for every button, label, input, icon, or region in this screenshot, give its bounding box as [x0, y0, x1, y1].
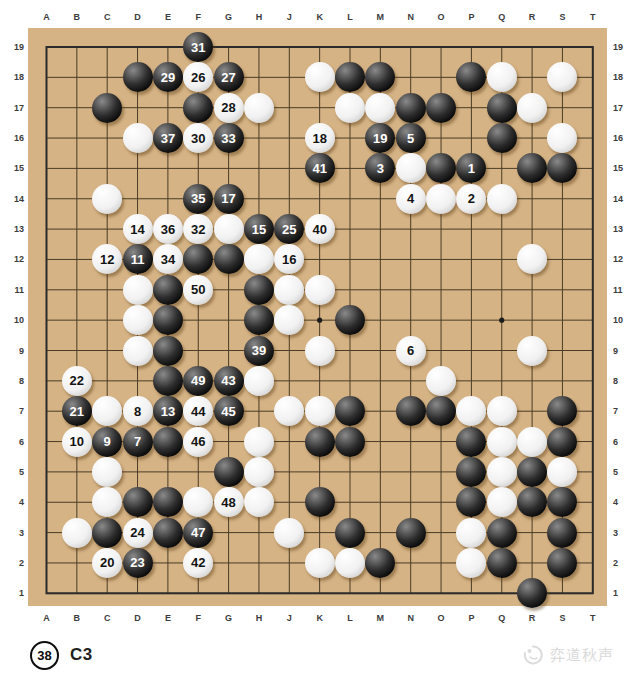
coord-right-9: 9 — [613, 345, 629, 357]
black-stone-Q2 — [487, 548, 517, 578]
coord-left-17: 17 — [4, 102, 24, 114]
black-stone-O17 — [426, 93, 456, 123]
black-stone-C3 — [92, 518, 122, 548]
white-stone-F2: 42 — [183, 548, 213, 578]
coord-right-14: 14 — [613, 193, 629, 205]
coord-bottom-G: G — [219, 612, 239, 624]
coord-right-8: 8 — [613, 375, 629, 387]
coord-top-F: F — [188, 11, 208, 23]
black-stone-G18: 27 — [214, 62, 244, 92]
coord-top-R: R — [522, 11, 542, 23]
white-stone-P3 — [456, 518, 486, 548]
black-stone-H9: 39 — [244, 336, 274, 366]
coord-left-15: 15 — [4, 162, 24, 174]
black-stone-F14: 35 — [183, 184, 213, 214]
black-stone-D4 — [123, 487, 153, 517]
coord-bottom-M: M — [370, 612, 390, 624]
move-point-label: C3 — [70, 645, 93, 665]
white-stone-Q14 — [487, 184, 517, 214]
white-stone-E13: 36 — [153, 214, 183, 244]
star-point — [499, 318, 504, 323]
black-stone-G7: 45 — [214, 396, 244, 426]
coord-bottom-J: J — [279, 612, 299, 624]
white-stone-H5 — [244, 457, 274, 487]
white-stone-H17 — [244, 93, 274, 123]
coord-left-6: 6 — [4, 436, 24, 448]
white-stone-D16 — [123, 123, 153, 153]
coord-top-G: G — [219, 11, 239, 23]
coord-top-M: M — [370, 11, 390, 23]
white-stone-C2: 20 — [92, 548, 122, 578]
coord-top-H: H — [249, 11, 269, 23]
coord-right-18: 18 — [613, 71, 629, 83]
coord-right-19: 19 — [613, 41, 629, 53]
black-stone-N7 — [396, 396, 426, 426]
black-stone-E4 — [153, 487, 183, 517]
white-stone-C5 — [92, 457, 122, 487]
coord-top-P: P — [461, 11, 481, 23]
black-stone-L7 — [335, 396, 365, 426]
watermark: 弈道秋声 — [521, 643, 614, 667]
black-stone-G5 — [214, 457, 244, 487]
white-stone-N9: 6 — [396, 336, 426, 366]
white-stone-N14: 4 — [396, 184, 426, 214]
white-stone-Q4 — [487, 487, 517, 517]
white-stone-N15 — [396, 153, 426, 183]
coord-right-13: 13 — [613, 223, 629, 235]
black-stone-G8: 43 — [214, 366, 244, 396]
coord-right-12: 12 — [613, 253, 629, 265]
coord-left-16: 16 — [4, 132, 24, 144]
coord-top-Q: Q — [492, 11, 512, 23]
black-stone-S6 — [547, 427, 577, 457]
black-stone-D2: 23 — [123, 548, 153, 578]
white-stone-R6 — [517, 427, 547, 457]
coord-top-L: L — [340, 11, 360, 23]
coord-left-19: 19 — [4, 41, 24, 53]
coord-bottom-T: T — [583, 612, 603, 624]
white-stone-B6: 10 — [62, 427, 92, 457]
white-stone-H8 — [244, 366, 274, 396]
coord-right-15: 15 — [613, 162, 629, 174]
white-stone-H4 — [244, 487, 274, 517]
coord-bottom-K: K — [310, 612, 330, 624]
coord-left-13: 13 — [4, 223, 24, 235]
black-stone-E11 — [153, 275, 183, 305]
black-stone-Q16 — [487, 123, 517, 153]
coord-bottom-E: E — [158, 612, 178, 624]
coord-right-4: 4 — [613, 496, 629, 508]
coord-right-6: 6 — [613, 436, 629, 448]
white-stone-Q18 — [487, 62, 517, 92]
white-stone-B8: 22 — [62, 366, 92, 396]
white-stone-Q5 — [487, 457, 517, 487]
move-annotation: 38 C3 — [30, 640, 93, 670]
coord-left-2: 2 — [4, 557, 24, 569]
coord-left-12: 12 — [4, 253, 24, 265]
white-stone-J11 — [274, 275, 304, 305]
black-stone-E8 — [153, 366, 183, 396]
coord-top-E: E — [158, 11, 178, 23]
coord-bottom-Q: Q — [492, 612, 512, 624]
black-stone-N17 — [396, 93, 426, 123]
black-stone-D6: 7 — [123, 427, 153, 457]
coord-bottom-F: F — [188, 612, 208, 624]
black-stone-R5 — [517, 457, 547, 487]
black-stone-D18 — [123, 62, 153, 92]
black-stone-E9 — [153, 336, 183, 366]
black-stone-N3 — [396, 518, 426, 548]
white-stone-Q7 — [487, 396, 517, 426]
white-stone-H6 — [244, 427, 274, 457]
white-stone-J3 — [274, 518, 304, 548]
white-stone-R17 — [517, 93, 547, 123]
black-stone-Q3 — [487, 518, 517, 548]
black-stone-Q17 — [487, 93, 517, 123]
black-stone-H10 — [244, 305, 274, 335]
watermark-text: 弈道秋声 — [550, 646, 614, 665]
coord-bottom-D: D — [128, 612, 148, 624]
black-stone-E6 — [153, 427, 183, 457]
black-stone-E7: 13 — [153, 396, 183, 426]
black-stone-E16: 37 — [153, 123, 183, 153]
black-stone-E10 — [153, 305, 183, 335]
coord-bottom-S: S — [552, 612, 572, 624]
black-stone-L6 — [335, 427, 365, 457]
black-stone-D12: 11 — [123, 244, 153, 274]
black-stone-K6 — [305, 427, 335, 457]
white-stone-B3 — [62, 518, 92, 548]
coord-bottom-H: H — [249, 612, 269, 624]
black-stone-B7: 21 — [62, 396, 92, 426]
coord-right-3: 3 — [613, 527, 629, 539]
white-stone-O14 — [426, 184, 456, 214]
coord-right-10: 10 — [613, 314, 629, 326]
black-stone-H11 — [244, 275, 274, 305]
black-stone-N16: 5 — [396, 123, 426, 153]
black-stone-K15: 41 — [305, 153, 335, 183]
coord-top-J: J — [279, 11, 299, 23]
white-stone-K7 — [305, 396, 335, 426]
star-point — [317, 318, 322, 323]
black-stone-F8: 49 — [183, 366, 213, 396]
coord-right-2: 2 — [613, 557, 629, 569]
watermark-logo-icon — [521, 643, 545, 667]
coord-right-17: 17 — [613, 102, 629, 114]
coord-left-9: 9 — [4, 345, 24, 357]
black-stone-S3 — [547, 518, 577, 548]
white-stone-D10 — [123, 305, 153, 335]
coord-left-5: 5 — [4, 466, 24, 478]
white-stone-D7: 8 — [123, 396, 153, 426]
coord-left-14: 14 — [4, 193, 24, 205]
coord-top-T: T — [583, 11, 603, 23]
coord-bottom-L: L — [340, 612, 360, 624]
coord-left-1: 1 — [4, 587, 24, 599]
black-stone-K4 — [305, 487, 335, 517]
black-stone-L3 — [335, 518, 365, 548]
coord-top-K: K — [310, 11, 330, 23]
white-stone-O8 — [426, 366, 456, 396]
coord-top-A: A — [37, 11, 57, 23]
coord-left-7: 7 — [4, 405, 24, 417]
white-stone-G13 — [214, 214, 244, 244]
coord-top-O: O — [431, 11, 451, 23]
black-stone-L10 — [335, 305, 365, 335]
coord-left-11: 11 — [4, 284, 24, 296]
white-stone-K18 — [305, 62, 335, 92]
white-stone-F6: 46 — [183, 427, 213, 457]
white-stone-K11 — [305, 275, 335, 305]
coord-bottom-P: P — [461, 612, 481, 624]
coord-left-3: 3 — [4, 527, 24, 539]
white-stone-K9 — [305, 336, 335, 366]
coord-bottom-N: N — [401, 612, 421, 624]
coord-bottom-O: O — [431, 612, 451, 624]
white-stone-C14 — [92, 184, 122, 214]
white-stone-L17 — [335, 93, 365, 123]
white-stone-P14: 2 — [456, 184, 486, 214]
coord-bottom-B: B — [67, 612, 87, 624]
white-stone-D9 — [123, 336, 153, 366]
coord-left-4: 4 — [4, 496, 24, 508]
white-stone-M17 — [365, 93, 395, 123]
coord-top-C: C — [97, 11, 117, 23]
black-stone-P6 — [456, 427, 486, 457]
coord-bottom-R: R — [522, 612, 542, 624]
coord-bottom-A: A — [37, 612, 57, 624]
coord-bottom-C: C — [97, 612, 117, 624]
coord-top-D: D — [128, 11, 148, 23]
coord-right-16: 16 — [613, 132, 629, 144]
coord-left-10: 10 — [4, 314, 24, 326]
go-diagram-page: { "game": "go", "board": { "size": 19, "… — [0, 0, 640, 685]
coord-left-8: 8 — [4, 375, 24, 387]
black-stone-C6: 9 — [92, 427, 122, 457]
black-stone-C17 — [92, 93, 122, 123]
black-stone-E3 — [153, 518, 183, 548]
white-stone-K2 — [305, 548, 335, 578]
white-stone-D13: 14 — [123, 214, 153, 244]
black-stone-G16: 33 — [214, 123, 244, 153]
white-stone-D11 — [123, 275, 153, 305]
white-stone-G4: 48 — [214, 487, 244, 517]
coord-top-N: N — [401, 11, 421, 23]
black-stone-G12 — [214, 244, 244, 274]
go-board: 3129262728373033181954131351742143632152… — [28, 28, 607, 606]
black-stone-F3: 47 — [183, 518, 213, 548]
white-stone-R9 — [517, 336, 547, 366]
black-stone-G14: 17 — [214, 184, 244, 214]
black-stone-F17 — [183, 93, 213, 123]
white-stone-Q6 — [487, 427, 517, 457]
white-stone-K16: 18 — [305, 123, 335, 153]
coord-right-11: 11 — [613, 284, 629, 296]
coord-top-S: S — [552, 11, 572, 23]
coord-top-B: B — [67, 11, 87, 23]
white-stone-D3: 24 — [123, 518, 153, 548]
coord-right-5: 5 — [613, 466, 629, 478]
white-stone-L2 — [335, 548, 365, 578]
white-stone-K13: 40 — [305, 214, 335, 244]
move-number-stone: 38 — [30, 641, 59, 670]
black-stone-H13: 15 — [244, 214, 274, 244]
coord-right-1: 1 — [613, 587, 629, 599]
white-stone-F11: 50 — [183, 275, 213, 305]
coord-left-18: 18 — [4, 71, 24, 83]
white-stone-G17: 28 — [214, 93, 244, 123]
coord-right-7: 7 — [613, 405, 629, 417]
